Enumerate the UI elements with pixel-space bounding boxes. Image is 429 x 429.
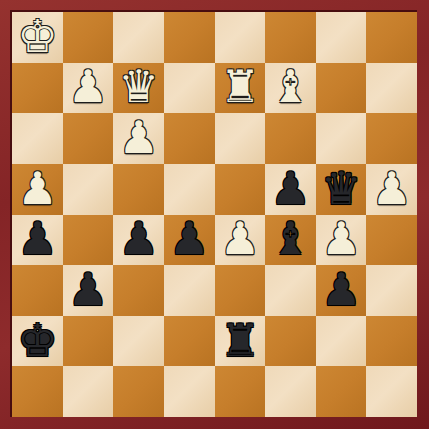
white-queen-c7[interactable]: ♛ — [118, 64, 158, 109]
square-b3[interactable]: ♟ — [63, 265, 114, 316]
white-pawn-a5[interactable]: ♟ — [17, 166, 57, 211]
square-e4[interactable]: ♟ — [215, 215, 266, 266]
square-c7[interactable]: ♛ — [113, 63, 164, 114]
square-a6[interactable] — [12, 113, 63, 164]
square-g6[interactable] — [316, 113, 367, 164]
board-frame: ♚♟♛♜♝♟♟♟♛♟♟♟♟♟♝♟♟♟♚♜ — [0, 0, 429, 429]
square-h7[interactable] — [366, 63, 417, 114]
square-c8[interactable] — [113, 12, 164, 63]
white-bishop-f7[interactable]: ♝ — [270, 64, 310, 109]
square-g3[interactable]: ♟ — [316, 265, 367, 316]
square-f5[interactable]: ♟ — [265, 164, 316, 215]
square-g5[interactable]: ♛ — [316, 164, 367, 215]
square-c2[interactable] — [113, 316, 164, 367]
square-e3[interactable] — [215, 265, 266, 316]
square-b4[interactable] — [63, 215, 114, 266]
square-a4[interactable]: ♟ — [12, 215, 63, 266]
square-d1[interactable] — [164, 366, 215, 417]
black-pawn-f5[interactable]: ♟ — [270, 166, 310, 211]
square-e6[interactable] — [215, 113, 266, 164]
black-queen-g5[interactable]: ♛ — [321, 166, 361, 211]
square-d6[interactable] — [164, 113, 215, 164]
black-king-a2[interactable]: ♚ — [17, 318, 57, 363]
square-b6[interactable] — [63, 113, 114, 164]
square-e8[interactable] — [215, 12, 266, 63]
square-b1[interactable] — [63, 366, 114, 417]
black-pawn-g3[interactable]: ♟ — [321, 267, 361, 312]
white-pawn-b7[interactable]: ♟ — [68, 64, 108, 109]
square-e5[interactable] — [215, 164, 266, 215]
square-h4[interactable] — [366, 215, 417, 266]
square-a2[interactable]: ♚ — [12, 316, 63, 367]
square-g7[interactable] — [316, 63, 367, 114]
square-a3[interactable] — [12, 265, 63, 316]
black-pawn-b3[interactable]: ♟ — [68, 267, 108, 312]
white-king-a8[interactable]: ♚ — [17, 14, 57, 59]
white-pawn-h5[interactable]: ♟ — [372, 166, 412, 211]
square-d7[interactable] — [164, 63, 215, 114]
square-c3[interactable] — [113, 265, 164, 316]
white-rook-e7[interactable]: ♜ — [220, 64, 260, 109]
square-f6[interactable] — [265, 113, 316, 164]
black-bishop-f4[interactable]: ♝ — [270, 216, 310, 261]
square-e7[interactable]: ♜ — [215, 63, 266, 114]
square-b5[interactable] — [63, 164, 114, 215]
square-h6[interactable] — [366, 113, 417, 164]
square-g2[interactable] — [316, 316, 367, 367]
square-c4[interactable]: ♟ — [113, 215, 164, 266]
square-f1[interactable] — [265, 366, 316, 417]
square-h2[interactable] — [366, 316, 417, 367]
square-c1[interactable] — [113, 366, 164, 417]
white-pawn-g4[interactable]: ♟ — [321, 216, 361, 261]
square-e2[interactable]: ♜ — [215, 316, 266, 367]
white-pawn-e4[interactable]: ♟ — [220, 216, 260, 261]
square-a7[interactable] — [12, 63, 63, 114]
square-g1[interactable] — [316, 366, 367, 417]
square-f2[interactable] — [265, 316, 316, 367]
square-h1[interactable] — [366, 366, 417, 417]
black-pawn-d4[interactable]: ♟ — [169, 216, 209, 261]
square-g8[interactable] — [316, 12, 367, 63]
square-f7[interactable]: ♝ — [265, 63, 316, 114]
square-d5[interactable] — [164, 164, 215, 215]
square-b7[interactable]: ♟ — [63, 63, 114, 114]
black-rook-e2[interactable]: ♜ — [220, 318, 260, 363]
square-c6[interactable]: ♟ — [113, 113, 164, 164]
square-f3[interactable] — [265, 265, 316, 316]
square-e1[interactable] — [215, 366, 266, 417]
square-a1[interactable] — [12, 366, 63, 417]
black-pawn-c4[interactable]: ♟ — [118, 216, 158, 261]
white-pawn-c6[interactable]: ♟ — [118, 115, 158, 160]
square-g4[interactable]: ♟ — [316, 215, 367, 266]
black-pawn-a4[interactable]: ♟ — [17, 216, 57, 261]
square-a8[interactable]: ♚ — [12, 12, 63, 63]
square-h3[interactable] — [366, 265, 417, 316]
square-f4[interactable]: ♝ — [265, 215, 316, 266]
square-h5[interactable]: ♟ — [366, 164, 417, 215]
square-h8[interactable] — [366, 12, 417, 63]
square-d8[interactable] — [164, 12, 215, 63]
square-b2[interactable] — [63, 316, 114, 367]
square-d2[interactable] — [164, 316, 215, 367]
square-a5[interactable]: ♟ — [12, 164, 63, 215]
square-c5[interactable] — [113, 164, 164, 215]
chess-board: ♚♟♛♜♝♟♟♟♛♟♟♟♟♟♝♟♟♟♚♜ — [12, 12, 417, 417]
square-f8[interactable] — [265, 12, 316, 63]
square-b8[interactable] — [63, 12, 114, 63]
square-d4[interactable]: ♟ — [164, 215, 215, 266]
square-d3[interactable] — [164, 265, 215, 316]
